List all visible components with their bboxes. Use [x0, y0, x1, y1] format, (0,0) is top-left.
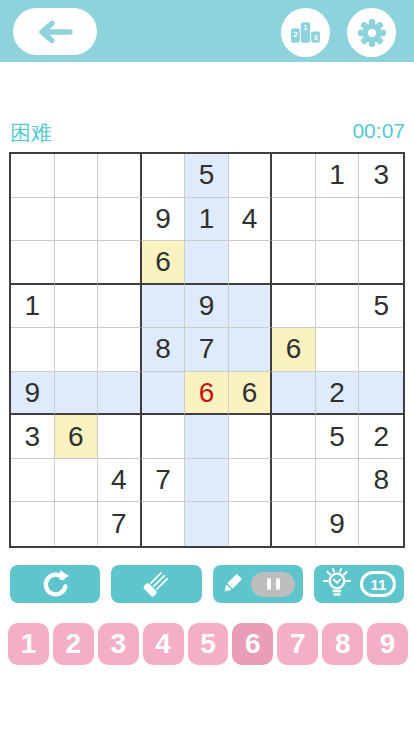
pencil-toggle[interactable]: [251, 572, 295, 597]
cell-r8c5[interactable]: [185, 459, 229, 503]
cell-r1c5[interactable]: 5: [185, 154, 229, 198]
cell-r3c8[interactable]: [316, 241, 360, 285]
cell-r1c9[interactable]: 3: [359, 154, 403, 198]
cell-r3c3[interactable]: [98, 241, 142, 285]
cell-r4c8[interactable]: [316, 285, 360, 329]
cell-r7c2[interactable]: 6: [55, 415, 99, 459]
top-bar: 2 1 3: [0, 0, 414, 62]
cell-r6c1[interactable]: 9: [11, 372, 55, 416]
settings-button[interactable]: [347, 8, 396, 57]
cell-r5c9[interactable]: [359, 328, 403, 372]
cell-r6c6[interactable]: 6: [229, 372, 273, 416]
cell-r6c8[interactable]: 2: [316, 372, 360, 416]
cell-r8c3[interactable]: 4: [98, 459, 142, 503]
cell-r8c8[interactable]: [316, 459, 360, 503]
cell-r2c9[interactable]: [359, 198, 403, 242]
cell-r8c9[interactable]: 8: [359, 459, 403, 503]
numpad-key-9[interactable]: 9: [367, 623, 408, 665]
numpad-key-6[interactable]: 6: [232, 623, 273, 665]
cell-r1c1[interactable]: [11, 154, 55, 198]
cell-r5c7[interactable]: 6: [272, 328, 316, 372]
cell-r6c2[interactable]: [55, 372, 99, 416]
cell-r2c1[interactable]: [11, 198, 55, 242]
numpad-key-2[interactable]: 2: [53, 623, 94, 665]
eraser-button[interactable]: [111, 565, 201, 603]
cell-r5c8[interactable]: [316, 328, 360, 372]
cell-r4c1[interactable]: 1: [11, 285, 55, 329]
cell-r4c6[interactable]: [229, 285, 273, 329]
cell-r9c7[interactable]: [272, 502, 316, 546]
pause-bar: [267, 578, 271, 590]
number-pad: 123456789: [8, 623, 408, 665]
cell-r7c7[interactable]: [272, 415, 316, 459]
cell-r2c6[interactable]: 4: [229, 198, 273, 242]
cell-r5c6[interactable]: [229, 328, 273, 372]
back-button[interactable]: [13, 8, 97, 55]
restart-button[interactable]: [10, 565, 100, 603]
cell-r3c1[interactable]: [11, 241, 55, 285]
hint-bulb-icon: [321, 567, 353, 601]
cell-r3c5[interactable]: [185, 241, 229, 285]
cell-r4c4[interactable]: [142, 285, 186, 329]
cell-r8c4[interactable]: 7: [142, 459, 186, 503]
cell-r9c1[interactable]: [11, 502, 55, 546]
cell-r1c2[interactable]: [55, 154, 99, 198]
difficulty-label: 困难: [10, 119, 52, 147]
cell-r1c8[interactable]: 1: [316, 154, 360, 198]
pencil-icon: [220, 572, 244, 596]
numpad-key-8[interactable]: 8: [322, 623, 363, 665]
podium-rank-2: 2: [293, 30, 297, 39]
numpad-key-7[interactable]: 7: [277, 623, 318, 665]
hint-button[interactable]: 11: [314, 565, 404, 603]
leaderboard-button[interactable]: 2 1 3: [281, 8, 330, 57]
cell-r4c2[interactable]: [55, 285, 99, 329]
cell-r7c9[interactable]: 2: [359, 415, 403, 459]
numpad-key-1[interactable]: 1: [8, 623, 49, 665]
cell-r9c9[interactable]: [359, 502, 403, 546]
cell-r2c4[interactable]: 9: [142, 198, 186, 242]
cell-r5c2[interactable]: [55, 328, 99, 372]
cell-r5c3[interactable]: [98, 328, 142, 372]
cell-r3c7[interactable]: [272, 241, 316, 285]
cell-r6c5[interactable]: 6: [185, 372, 229, 416]
cell-r6c9[interactable]: [359, 372, 403, 416]
podium-rank-3: 3: [313, 33, 318, 42]
cell-r1c6[interactable]: [229, 154, 273, 198]
cell-r6c4[interactable]: [142, 372, 186, 416]
cell-r7c6[interactable]: [229, 415, 273, 459]
cell-r5c5[interactable]: 7: [185, 328, 229, 372]
cell-r7c1[interactable]: 3: [11, 415, 55, 459]
toolbar: 11: [10, 565, 404, 603]
cell-r1c7[interactable]: [272, 154, 316, 198]
cell-r7c5[interactable]: [185, 415, 229, 459]
cell-r4c7[interactable]: [272, 285, 316, 329]
cell-r6c7[interactable]: [272, 372, 316, 416]
cell-r4c9[interactable]: 5: [359, 285, 403, 329]
cell-r2c5[interactable]: 1: [185, 198, 229, 242]
cell-r2c3[interactable]: [98, 198, 142, 242]
cell-r8c2[interactable]: [55, 459, 99, 503]
gear-icon: [356, 17, 388, 49]
leaderboard-podium-icon: 2 1 3: [290, 17, 321, 48]
numpad-key-5[interactable]: 5: [188, 623, 229, 665]
numpad-key-4[interactable]: 4: [143, 623, 184, 665]
cell-r4c3[interactable]: [98, 285, 142, 329]
cell-r2c8[interactable]: [316, 198, 360, 242]
cell-r1c3[interactable]: [98, 154, 142, 198]
pencil-mode-button[interactable]: [213, 565, 303, 603]
cell-r9c2[interactable]: [55, 502, 99, 546]
cell-r3c6[interactable]: [229, 241, 273, 285]
sudoku-board: 51391461958769662365247879: [9, 152, 405, 548]
cell-r5c4[interactable]: 8: [142, 328, 186, 372]
eraser-icon: [139, 567, 173, 601]
restart-icon: [39, 568, 71, 600]
cell-r7c8[interactable]: 5: [316, 415, 360, 459]
cell-r9c3[interactable]: 7: [98, 502, 142, 546]
cell-r3c9[interactable]: [359, 241, 403, 285]
cell-r7c3[interactable]: [98, 415, 142, 459]
cell-r1c4[interactable]: [142, 154, 186, 198]
cell-r9c4[interactable]: [142, 502, 186, 546]
cell-r2c2[interactable]: [55, 198, 99, 242]
cell-r9c8[interactable]: 9: [316, 502, 360, 546]
cell-r9c6[interactable]: [229, 502, 273, 546]
cell-r4c5[interactable]: 9: [185, 285, 229, 329]
game-timer: 00:07: [352, 119, 405, 143]
cell-r6c3[interactable]: [98, 372, 142, 416]
cell-r8c6[interactable]: [229, 459, 273, 503]
back-arrow-icon: [33, 19, 77, 45]
cell-r7c4[interactable]: [142, 415, 186, 459]
hint-count-badge: 11: [360, 571, 396, 597]
cell-r3c4[interactable]: 6: [142, 241, 186, 285]
cell-r8c7[interactable]: [272, 459, 316, 503]
cell-r9c5[interactable]: [185, 502, 229, 546]
cell-r5c1[interactable]: [11, 328, 55, 372]
numpad-key-3[interactable]: 3: [98, 623, 139, 665]
cell-r8c1[interactable]: [11, 459, 55, 503]
podium-rank-1: 1: [303, 23, 308, 32]
pause-bar: [276, 578, 280, 590]
cell-r3c2[interactable]: [55, 241, 99, 285]
cell-r2c7[interactable]: [272, 198, 316, 242]
